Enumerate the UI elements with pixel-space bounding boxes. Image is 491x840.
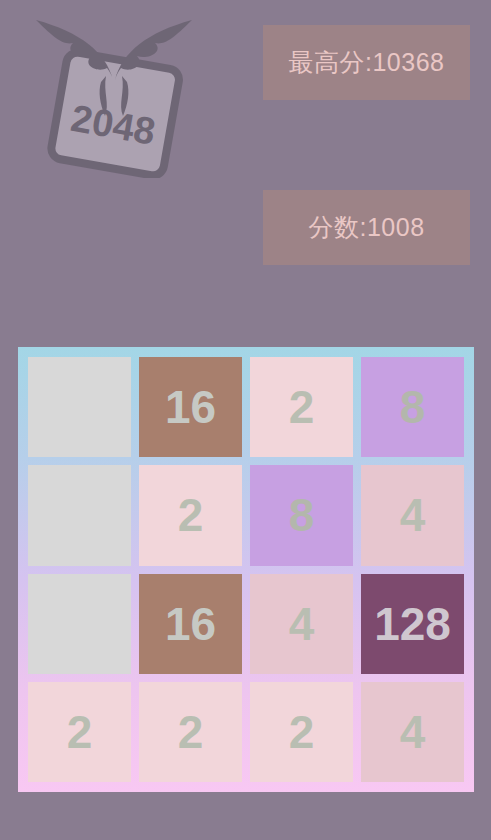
tile-r4c3-2: 2 [250, 682, 353, 782]
tile-r2c1-empty [28, 465, 131, 565]
tile-r1c3-2: 2 [250, 357, 353, 457]
board-grid[interactable]: 16282841641282224 [18, 347, 474, 792]
tile-r3c4-128: 128 [361, 574, 464, 674]
tile-r1c4-8: 8 [361, 357, 464, 457]
tile-r1c1-empty [28, 357, 131, 457]
tile-r4c4-4: 4 [361, 682, 464, 782]
best-score-text: 最高分:10368 [289, 46, 445, 79]
score-text: 分数:1008 [308, 211, 424, 244]
tile-r3c3-4: 4 [250, 574, 353, 674]
tile-r4c1-2: 2 [28, 682, 131, 782]
tile-r3c1-empty [28, 574, 131, 674]
tile-r2c3-8: 8 [250, 465, 353, 565]
score-box: 分数:1008 [263, 190, 470, 265]
logo-2048: 2048 [20, 0, 202, 178]
tile-r3c2-16: 16 [139, 574, 242, 674]
tile-r1c2-16: 16 [139, 357, 242, 457]
tile-r4c2-2: 2 [139, 682, 242, 782]
tile-r2c4-4: 4 [361, 465, 464, 565]
tile-r2c2-2: 2 [139, 465, 242, 565]
app-screen: 2048 最高分:10368 分数:1008 16282841641282224 [0, 0, 491, 840]
best-score-box: 最高分:10368 [263, 25, 470, 100]
